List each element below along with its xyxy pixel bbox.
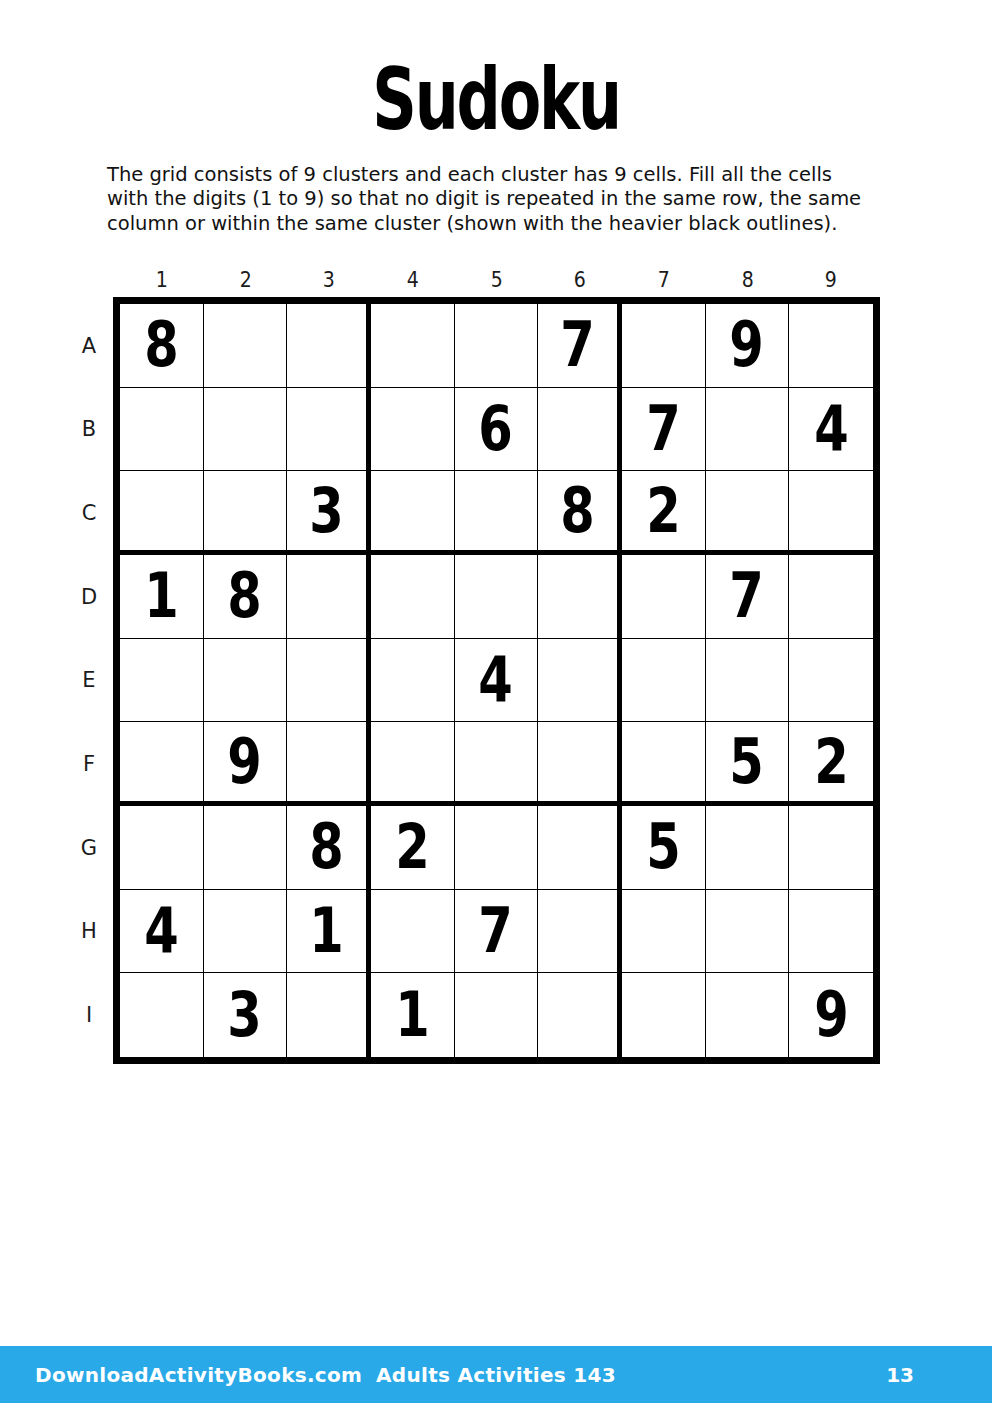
cell-B8[interactable] (706, 388, 790, 472)
cell-digit: 5 (646, 816, 681, 878)
cell-C6[interactable]: 8 (538, 471, 622, 555)
cell-B4[interactable] (371, 388, 455, 472)
cell-digit: 1 (395, 984, 430, 1046)
column-label-6: 6 (543, 266, 618, 294)
cell-B9[interactable]: 4 (789, 388, 873, 472)
cell-I9[interactable]: 9 (789, 973, 873, 1057)
cell-G5[interactable] (455, 806, 539, 890)
row-label-B: B (65, 388, 113, 472)
cell-I1[interactable] (120, 973, 204, 1057)
column-label-7: 7 (626, 266, 701, 294)
column-labels: 123456789 (120, 266, 873, 294)
cell-C7[interactable]: 2 (622, 471, 706, 555)
cell-D3[interactable] (287, 555, 371, 639)
cell-digit: 9 (814, 984, 849, 1046)
cell-digit: 4 (814, 398, 849, 460)
instructions-line-1: The grid consists of 9 clusters and each… (107, 163, 907, 187)
row-label-I: I (65, 973, 113, 1057)
column-label-8: 8 (710, 266, 785, 294)
cell-digit: 1 (309, 900, 344, 962)
cell-C5[interactable] (455, 471, 539, 555)
page-title-text: Sudoku (372, 56, 620, 142)
row-label-E: E (65, 639, 113, 723)
cell-E4[interactable] (371, 639, 455, 723)
cell-E5[interactable]: 4 (455, 639, 539, 723)
cell-C3[interactable]: 3 (287, 471, 371, 555)
footer-website: DownloadActivityBooks.com (35, 1363, 362, 1387)
cell-H5[interactable]: 7 (455, 890, 539, 974)
cell-E3[interactable] (287, 639, 371, 723)
cell-F2[interactable]: 9 (204, 722, 288, 806)
cell-D1[interactable]: 1 (120, 555, 204, 639)
cell-A5[interactable] (455, 304, 539, 388)
cell-digit: 8 (309, 816, 344, 878)
cell-digit: 9 (730, 314, 765, 376)
cell-F4[interactable] (371, 722, 455, 806)
cell-D2[interactable]: 8 (204, 555, 288, 639)
cell-digit: 7 (560, 314, 595, 376)
cell-H3[interactable]: 1 (287, 890, 371, 974)
cell-digit: 5 (730, 731, 765, 793)
cell-E6[interactable] (538, 639, 622, 723)
cell-D9[interactable] (789, 555, 873, 639)
cell-F5[interactable] (455, 722, 539, 806)
cell-digit: 8 (144, 314, 179, 376)
cell-digit: 4 (479, 649, 514, 711)
cell-digit: 7 (646, 398, 681, 460)
cell-I4[interactable]: 1 (371, 973, 455, 1057)
cell-digit: 3 (228, 984, 263, 1046)
cell-E2[interactable] (204, 639, 288, 723)
cell-D5[interactable] (455, 555, 539, 639)
instructions-line-3: column or within the same cluster (shown… (107, 212, 907, 236)
cell-B3[interactable] (287, 388, 371, 472)
column-label-9: 9 (794, 266, 869, 294)
column-label-4: 4 (375, 266, 450, 294)
cell-digit: 7 (479, 900, 514, 962)
cell-F8[interactable]: 5 (706, 722, 790, 806)
cell-digit: 8 (228, 565, 263, 627)
column-label-5: 5 (459, 266, 534, 294)
cell-H8[interactable] (706, 890, 790, 974)
cell-A7[interactable] (622, 304, 706, 388)
cell-C2[interactable] (204, 471, 288, 555)
cell-G1[interactable] (120, 806, 204, 890)
cell-digit: 2 (395, 816, 430, 878)
column-label-3: 3 (292, 266, 367, 294)
cell-I3[interactable] (287, 973, 371, 1057)
cell-D8[interactable]: 7 (706, 555, 790, 639)
footer: DownloadActivityBooks.com Adults Activit… (0, 1346, 992, 1403)
cell-B2[interactable] (204, 388, 288, 472)
cell-I5[interactable] (455, 973, 539, 1057)
cell-H2[interactable] (204, 890, 288, 974)
row-label-A: A (65, 304, 113, 388)
cell-digit: 2 (646, 480, 681, 542)
row-label-G: G (65, 806, 113, 890)
cell-G4[interactable]: 2 (371, 806, 455, 890)
footer-book-title: Adults Activities 143 (376, 1363, 616, 1387)
cell-F1[interactable] (120, 722, 204, 806)
sudoku-board: 8796743821874952825417319 (113, 297, 880, 1064)
cell-digit: 4 (144, 900, 179, 962)
cell-D4[interactable] (371, 555, 455, 639)
cell-D7[interactable] (622, 555, 706, 639)
cell-A9[interactable] (789, 304, 873, 388)
cell-digit: 7 (730, 565, 765, 627)
row-label-D: D (65, 555, 113, 639)
cell-F3[interactable] (287, 722, 371, 806)
cell-B5[interactable]: 6 (455, 388, 539, 472)
cell-G9[interactable] (789, 806, 873, 890)
cell-H9[interactable] (789, 890, 873, 974)
cell-A8[interactable]: 9 (706, 304, 790, 388)
cell-H4[interactable] (371, 890, 455, 974)
cell-B6[interactable] (538, 388, 622, 472)
cell-H7[interactable] (622, 890, 706, 974)
cell-E9[interactable] (789, 639, 873, 723)
cell-H6[interactable] (538, 890, 622, 974)
cell-E8[interactable] (706, 639, 790, 723)
puzzle-page: Sudoku The grid consists of 9 clusters a… (0, 0, 992, 1403)
cell-I6[interactable] (538, 973, 622, 1057)
cell-I8[interactable] (706, 973, 790, 1057)
instructions: The grid consists of 9 clusters and each… (107, 163, 907, 236)
page-title: Sudoku (0, 56, 992, 142)
cell-F7[interactable] (622, 722, 706, 806)
cell-C9[interactable] (789, 471, 873, 555)
cell-C8[interactable] (706, 471, 790, 555)
cell-A2[interactable] (204, 304, 288, 388)
cell-E7[interactable] (622, 639, 706, 723)
cell-B1[interactable] (120, 388, 204, 472)
cell-D6[interactable] (538, 555, 622, 639)
row-labels: ABCDEFGHI (65, 304, 113, 1057)
row-label-F: F (65, 722, 113, 806)
column-label-2: 2 (208, 266, 283, 294)
cell-I2[interactable]: 3 (204, 973, 288, 1057)
cell-digit: 1 (144, 565, 179, 627)
cell-H1[interactable]: 4 (120, 890, 204, 974)
instructions-line-2: with the digits (1 to 9) so that no digi… (107, 187, 907, 211)
footer-page-number: 13 (886, 1363, 914, 1387)
cell-digit: 3 (309, 480, 344, 542)
cell-G2[interactable] (204, 806, 288, 890)
cell-I7[interactable] (622, 973, 706, 1057)
cell-C1[interactable] (120, 471, 204, 555)
cell-digit: 2 (814, 731, 849, 793)
cell-digit: 9 (228, 731, 263, 793)
cell-A4[interactable] (371, 304, 455, 388)
cell-digit: 8 (560, 480, 595, 542)
row-label-H: H (65, 890, 113, 974)
cell-A6[interactable]: 7 (538, 304, 622, 388)
cell-G6[interactable] (538, 806, 622, 890)
cell-A3[interactable] (287, 304, 371, 388)
column-label-1: 1 (124, 266, 199, 294)
cell-digit: 6 (479, 398, 514, 460)
cell-G7[interactable]: 5 (622, 806, 706, 890)
cell-F6[interactable] (538, 722, 622, 806)
row-label-C: C (65, 471, 113, 555)
cell-G8[interactable] (706, 806, 790, 890)
cell-A1[interactable]: 8 (120, 304, 204, 388)
cell-E1[interactable] (120, 639, 204, 723)
cell-B7[interactable]: 7 (622, 388, 706, 472)
cell-C4[interactable] (371, 471, 455, 555)
cell-G3[interactable]: 8 (287, 806, 371, 890)
cell-F9[interactable]: 2 (789, 722, 873, 806)
